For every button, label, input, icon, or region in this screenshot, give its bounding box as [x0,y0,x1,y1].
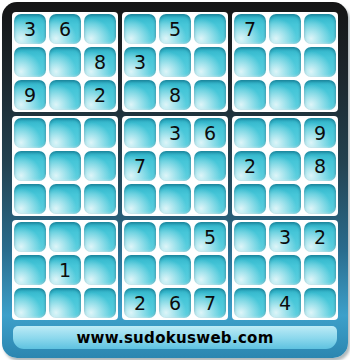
sudoku-cell-r6c6[interactable] [194,184,226,214]
sudoku-cell-r1c8[interactable] [269,14,301,44]
sudoku-cell-r9c1[interactable] [14,288,46,318]
sudoku-cell-r6c8[interactable] [269,184,301,214]
sudoku-cell-r2c3[interactable]: 8 [84,47,116,77]
sudoku-cell-r6c5[interactable] [159,184,191,214]
sudoku-cell-r1c1[interactable]: 3 [14,14,46,44]
sudoku-cell-r4c9[interactable]: 9 [304,118,336,148]
sudoku-cell-r5c4[interactable]: 7 [124,151,156,181]
sudoku-cell-r5c8[interactable] [269,151,301,181]
sudoku-cell-r4c1[interactable] [14,118,46,148]
sudoku-cell-r3c9[interactable] [304,80,336,110]
sudoku-cell-r7c3[interactable] [84,222,116,252]
sudoku-cell-r7c5[interactable] [159,222,191,252]
sudoku-box-1: 538 [122,12,228,112]
sudoku-cell-r1c3[interactable] [84,14,116,44]
sudoku-cell-r3c1[interactable]: 9 [14,80,46,110]
sudoku-cell-r8c8[interactable] [269,255,301,285]
sudoku-cell-r8c3[interactable] [84,255,116,285]
sudoku-cell-r9c5[interactable]: 6 [159,288,191,318]
sudoku-box-6: 1 [12,220,118,320]
sudoku-cell-r2c6[interactable] [194,47,226,77]
sudoku-cell-r6c7[interactable] [234,184,266,214]
sudoku-cell-r4c6[interactable]: 6 [194,118,226,148]
footer-band: www.sudokusweb.com [13,326,337,349]
sudoku-cell-r9c3[interactable] [84,288,116,318]
sudoku-box-8: 324 [232,220,338,320]
site-url: www.sudokusweb.com [76,329,273,347]
sudoku-cell-r8c1[interactable] [14,255,46,285]
sudoku-box-3 [12,116,118,216]
sudoku-cell-r4c3[interactable] [84,118,116,148]
sudoku-cell-r7c7[interactable] [234,222,266,252]
sudoku-cell-r7c8[interactable]: 3 [269,222,301,252]
sudoku-cell-r6c4[interactable] [124,184,156,214]
sudoku-cell-r4c5[interactable]: 3 [159,118,191,148]
sudoku-cell-r5c1[interactable] [14,151,46,181]
sudoku-cell-r9c2[interactable] [49,288,81,318]
sudoku-cell-r9c9[interactable] [304,288,336,318]
sudoku-cell-r4c7[interactable] [234,118,266,148]
sudoku-cell-r3c3[interactable]: 2 [84,80,116,110]
sudoku-cell-r9c4[interactable]: 2 [124,288,156,318]
sudoku-cell-r7c6[interactable]: 5 [194,222,226,252]
sudoku-cell-r5c3[interactable] [84,151,116,181]
sudoku-cell-r4c2[interactable] [49,118,81,148]
sudoku-cell-r3c8[interactable] [269,80,301,110]
sudoku-cell-r4c8[interactable] [269,118,301,148]
sudoku-cell-r2c9[interactable] [304,47,336,77]
sudoku-cell-r1c7[interactable]: 7 [234,14,266,44]
sudoku-cell-r8c6[interactable] [194,255,226,285]
sudoku-cell-r2c1[interactable] [14,47,46,77]
sudoku-cell-r5c7[interactable]: 2 [234,151,266,181]
sudoku-box-2: 7 [232,12,338,112]
sudoku-cell-r1c9[interactable] [304,14,336,44]
sudoku-box-5: 928 [232,116,338,216]
sudoku-cell-r7c9[interactable]: 2 [304,222,336,252]
sudoku-cell-r2c4[interactable]: 3 [124,47,156,77]
sudoku-cell-r3c6[interactable] [194,80,226,110]
sudoku-cell-r3c2[interactable] [49,80,81,110]
sudoku-cell-r3c4[interactable] [124,80,156,110]
sudoku-cell-r4c4[interactable] [124,118,156,148]
sudoku-cell-r7c4[interactable] [124,222,156,252]
sudoku-cell-r2c2[interactable] [49,47,81,77]
sudoku-cell-r3c7[interactable] [234,80,266,110]
sudoku-cell-r5c9[interactable]: 8 [304,151,336,181]
sudoku-cell-r7c1[interactable] [14,222,46,252]
sudoku-cell-r6c1[interactable] [14,184,46,214]
sudoku-cell-r6c3[interactable] [84,184,116,214]
sudoku-cell-r6c2[interactable] [49,184,81,214]
sudoku-cell-r8c2[interactable]: 1 [49,255,81,285]
sudoku-cell-r3c5[interactable]: 8 [159,80,191,110]
sudoku-cell-r8c9[interactable] [304,255,336,285]
sudoku-cell-r8c7[interactable] [234,255,266,285]
sudoku-cell-r1c2[interactable]: 6 [49,14,81,44]
sudoku-cell-r2c8[interactable] [269,47,301,77]
sudoku-cell-r8c4[interactable] [124,255,156,285]
sudoku-board: 36892538736792815267324 [12,12,338,320]
sudoku-cell-r1c5[interactable]: 5 [159,14,191,44]
sudoku-cell-r9c7[interactable] [234,288,266,318]
sudoku-frame: 36892538736792815267324 www.sudokusweb.c… [2,2,348,358]
sudoku-cell-r8c5[interactable] [159,255,191,285]
sudoku-cell-r1c4[interactable] [124,14,156,44]
sudoku-cell-r2c7[interactable] [234,47,266,77]
sudoku-cell-r5c6[interactable] [194,151,226,181]
sudoku-box-7: 5267 [122,220,228,320]
sudoku-cell-r5c2[interactable] [49,151,81,181]
sudoku-cell-r6c9[interactable] [304,184,336,214]
sudoku-box-0: 36892 [12,12,118,112]
sudoku-cell-r2c5[interactable] [159,47,191,77]
sudoku-cell-r7c2[interactable] [49,222,81,252]
sudoku-box-4: 367 [122,116,228,216]
sudoku-cell-r5c5[interactable] [159,151,191,181]
sudoku-cell-r1c6[interactable] [194,14,226,44]
sudoku-cell-r9c8[interactable]: 4 [269,288,301,318]
sudoku-cell-r9c6[interactable]: 7 [194,288,226,318]
